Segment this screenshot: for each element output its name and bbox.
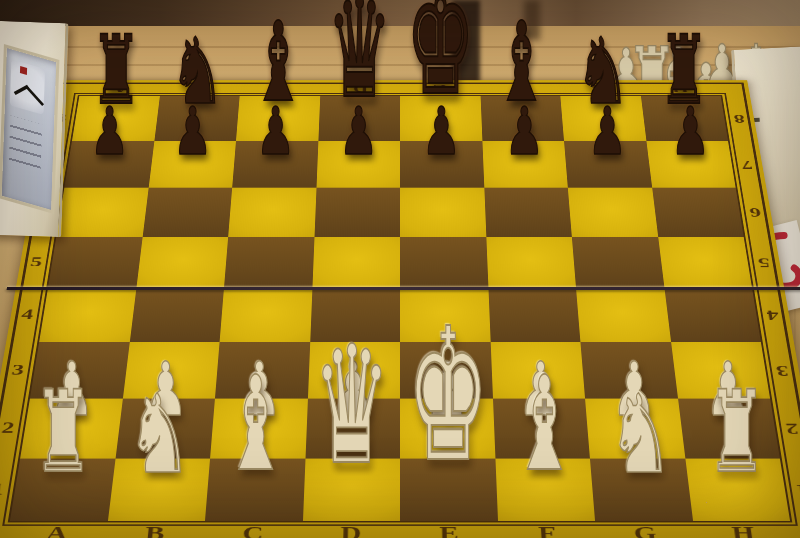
- file-label: G: [595, 521, 695, 538]
- clock-glass: [0, 44, 59, 214]
- square-g4[interactable]: [576, 288, 671, 342]
- photo-scene: ♟♟♜♝♝♟♚ ABCDEFGH ABCDEFGH 87654321 87654…: [0, 0, 800, 538]
- clock-lower-dial: [9, 116, 43, 177]
- piece-black-pawn-h7[interactable]: ♟: [671, 98, 710, 164]
- square-a5[interactable]: [48, 237, 142, 288]
- piece-black-pawn-f7[interactable]: ♟: [505, 98, 544, 164]
- square-g5[interactable]: [572, 237, 664, 288]
- clock-hand-icon: [25, 86, 44, 106]
- square-f6[interactable]: [484, 188, 572, 237]
- square-f5[interactable]: [486, 237, 576, 288]
- piece-black-pawn-b7[interactable]: ♟: [173, 98, 212, 164]
- square-b4[interactable]: [129, 288, 224, 342]
- square-h5[interactable]: [658, 237, 752, 288]
- piece-black-pawn-c7[interactable]: ♟: [256, 98, 295, 164]
- square-a4[interactable]: [39, 288, 136, 342]
- square-e5[interactable]: [400, 237, 488, 288]
- square-h6[interactable]: [652, 188, 744, 237]
- board-fold-seam: [6, 287, 800, 290]
- piece-white-bishop-c1[interactable]: ♝: [223, 359, 288, 489]
- square-c6[interactable]: [228, 188, 316, 237]
- piece-white-knight-g1[interactable]: ♞: [608, 381, 673, 489]
- square-b6[interactable]: [142, 188, 232, 237]
- piece-black-pawn-g7[interactable]: ♟: [588, 98, 627, 164]
- piece-white-knight-b1[interactable]: ♞: [127, 381, 192, 489]
- square-e6[interactable]: [400, 188, 486, 237]
- file-label: H: [693, 521, 794, 538]
- square-d5[interactable]: [312, 237, 400, 288]
- file-labels-bottom: ABCDEFGH: [6, 521, 794, 538]
- clock-flag-icon: [20, 66, 27, 75]
- square-c5[interactable]: [224, 237, 314, 288]
- file-label: F: [498, 521, 597, 538]
- square-a6[interactable]: [56, 188, 148, 237]
- file-label: A: [6, 521, 107, 538]
- square-h4[interactable]: [664, 288, 761, 342]
- piece-black-pawn-a7[interactable]: ♟: [90, 98, 129, 164]
- piece-white-rook-h1[interactable]: ♜: [707, 376, 767, 489]
- chess-clock: [0, 21, 69, 237]
- square-b5[interactable]: [136, 237, 228, 288]
- square-g6[interactable]: [568, 188, 658, 237]
- file-label: E: [400, 521, 499, 538]
- piece-white-bishop-f1[interactable]: ♝: [512, 359, 577, 489]
- piece-white-king-e1[interactable]: ♚: [407, 306, 489, 490]
- square-c4[interactable]: [220, 288, 312, 342]
- square-d6[interactable]: [314, 188, 400, 237]
- square-f4[interactable]: [488, 288, 580, 342]
- clock-dial: [10, 59, 45, 115]
- piece-black-pawn-e7[interactable]: ♟: [422, 98, 461, 164]
- file-label: C: [203, 521, 302, 538]
- file-label: D: [302, 521, 401, 538]
- piece-white-queen-d1[interactable]: ♛: [313, 326, 390, 489]
- piece-white-rook-a1[interactable]: ♜: [33, 376, 93, 489]
- file-label: B: [105, 521, 205, 538]
- piece-black-pawn-d7[interactable]: ♟: [339, 98, 378, 164]
